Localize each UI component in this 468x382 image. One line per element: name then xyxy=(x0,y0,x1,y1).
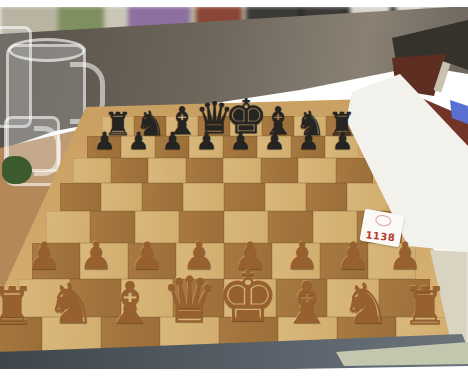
green-glass-bowl xyxy=(2,156,32,184)
square-c6[interactable] xyxy=(148,158,186,183)
piece-black-pawn-e7[interactable]: ♟ xyxy=(226,129,255,153)
piece-white-rook-h1[interactable]: ♜ xyxy=(394,280,456,332)
glass-mug-front-handle xyxy=(34,126,61,176)
tag-stamp-icon xyxy=(374,214,392,228)
piece-white-pawn-h2[interactable]: ♟ xyxy=(382,237,428,275)
piece-black-pawn-c7[interactable]: ♟ xyxy=(158,129,187,153)
piece-black-pawn-b7[interactable]: ♟ xyxy=(124,129,153,153)
square-f6[interactable] xyxy=(261,158,299,183)
piece-white-knight-g1[interactable]: ♞ xyxy=(332,276,399,332)
square-e5[interactable] xyxy=(224,183,265,211)
piece-black-pawn-f7[interactable]: ♟ xyxy=(260,129,289,153)
piece-black-pawn-h7[interactable]: ♟ xyxy=(328,129,357,153)
piece-black-pawn-a7[interactable]: ♟ xyxy=(90,129,119,153)
piece-black-pawn-g7[interactable]: ♟ xyxy=(294,129,323,153)
square-d6[interactable] xyxy=(186,158,224,183)
square-c5[interactable] xyxy=(142,183,183,211)
square-f5[interactable] xyxy=(265,183,306,211)
square-g5[interactable] xyxy=(306,183,347,211)
square-d5[interactable] xyxy=(183,183,224,211)
piece-black-pawn-d7[interactable]: ♟ xyxy=(192,129,221,153)
board-rank-5 xyxy=(60,183,388,211)
square-b5[interactable] xyxy=(101,183,142,211)
square-g6[interactable] xyxy=(298,158,336,183)
piece-white-pawn-a2[interactable]: ♟ xyxy=(21,237,67,275)
piece-white-pawn-g2[interactable]: ♟ xyxy=(330,237,376,275)
photo-margin-bottom xyxy=(0,369,468,382)
square-a6[interactable] xyxy=(73,158,111,183)
board-rank-6 xyxy=(73,158,373,183)
photo-margin-top xyxy=(0,0,468,7)
square-b6[interactable] xyxy=(111,158,149,183)
square-e6[interactable] xyxy=(223,158,261,183)
piece-white-knight-b1[interactable]: ♞ xyxy=(37,276,104,332)
square-a5[interactable] xyxy=(60,183,101,211)
glass-tankard-rim xyxy=(8,38,86,62)
